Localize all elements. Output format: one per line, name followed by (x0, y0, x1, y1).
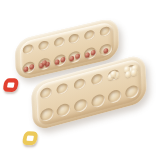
pit-front-near-2[interactable] (57, 102, 71, 118)
pit-back-far-3[interactable] (54, 36, 65, 48)
yellow-handle-icon (22, 131, 39, 145)
red-seed-bead (91, 49, 96, 55)
red-seed-bead (24, 66, 29, 72)
red-seed-bead (103, 47, 108, 53)
red-seed-bead (60, 56, 65, 62)
pit-back-far-2[interactable] (38, 39, 49, 51)
red-handle-icon (2, 78, 19, 92)
pit-front-far-3[interactable] (74, 77, 86, 90)
clear-seed-bead (131, 69, 137, 77)
red-seed-bead (30, 63, 35, 69)
pit-back-far-6[interactable] (99, 25, 110, 37)
pit-back-far-1[interactable] (23, 43, 34, 55)
pit-back-far-5[interactable] (84, 29, 95, 41)
pit-back-near-6[interactable] (99, 42, 112, 56)
pit-front-near-1[interactable] (40, 107, 54, 123)
pit-back-near-3[interactable] (53, 53, 66, 67)
red-seed-bead (70, 55, 75, 61)
pit-front-near-4[interactable] (91, 93, 105, 109)
pit-front-far-4[interactable] (91, 73, 103, 86)
pit-back-near-4[interactable] (68, 49, 81, 63)
red-seed-bead (85, 51, 90, 57)
pit-front-near-6[interactable] (125, 84, 139, 100)
pit-front-near-5[interactable] (108, 89, 122, 105)
red-seed-bead (75, 53, 80, 59)
pit-front-far-2[interactable] (57, 82, 69, 95)
red-seed-bead (54, 59, 59, 65)
pit-front-far-1[interactable] (40, 86, 52, 99)
pit-front-near-3[interactable] (74, 98, 88, 114)
mancala-trays-photo (0, 0, 160, 160)
pit-back-far-4[interactable] (69, 32, 80, 44)
pit-back-near-2[interactable] (38, 56, 51, 70)
pit-front-far-6[interactable] (125, 63, 137, 76)
pit-back-near-5[interactable] (84, 46, 97, 60)
pit-front-far-5[interactable] (108, 68, 120, 81)
pit-back-near-1[interactable] (23, 60, 36, 74)
